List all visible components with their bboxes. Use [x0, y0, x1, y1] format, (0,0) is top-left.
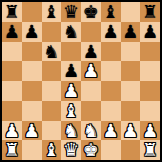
square-g2[interactable]: ♟ [121, 121, 141, 141]
square-h8[interactable]: ♜ [140, 2, 160, 22]
square-d3[interactable]: ♝ [61, 101, 81, 121]
square-a7[interactable]: ♟ [2, 22, 22, 42]
black-bishop[interactable]: ♝ [43, 2, 59, 21]
square-e1[interactable]: ♚ [81, 140, 101, 160]
square-e8[interactable]: ♚ [81, 2, 101, 22]
black-pawn[interactable]: ♟ [83, 42, 99, 61]
black-queen[interactable]: ♛ [63, 2, 79, 21]
square-e7[interactable] [81, 22, 101, 42]
square-d4[interactable]: ♟ [61, 81, 81, 101]
square-e3[interactable] [81, 101, 101, 121]
square-c5[interactable] [42, 61, 62, 81]
white-rook[interactable]: ♜ [142, 140, 158, 159]
black-pawn[interactable]: ♟ [63, 61, 79, 80]
chess-board: ♜♝♛♚♝♜♟♟♞♟♟♟♞♟♟♟♟♝♟♟♞♞♟♟♟♜♝♛♚♜ [2, 2, 160, 160]
white-pawn[interactable]: ♟ [63, 81, 79, 100]
square-g8[interactable] [121, 2, 141, 22]
square-g5[interactable] [121, 61, 141, 81]
square-b3[interactable] [22, 101, 42, 121]
square-d5[interactable]: ♟ [61, 61, 81, 81]
square-c8[interactable]: ♝ [42, 2, 62, 22]
black-pawn[interactable]: ♟ [122, 22, 138, 41]
black-knight[interactable]: ♞ [63, 22, 79, 41]
square-b8[interactable] [22, 2, 42, 22]
white-bishop[interactable]: ♝ [43, 140, 59, 159]
square-f7[interactable]: ♟ [101, 22, 121, 42]
square-a3[interactable] [2, 101, 22, 121]
white-knight[interactable]: ♞ [83, 121, 99, 140]
square-g4[interactable] [121, 81, 141, 101]
square-c4[interactable] [42, 81, 62, 101]
square-f3[interactable] [101, 101, 121, 121]
square-c1[interactable]: ♝ [42, 140, 62, 160]
square-b6[interactable] [22, 42, 42, 62]
square-a1[interactable]: ♜ [2, 140, 22, 160]
square-f8[interactable]: ♝ [101, 2, 121, 22]
square-h2[interactable]: ♟ [140, 121, 160, 141]
white-knight[interactable]: ♞ [63, 121, 79, 140]
square-b2[interactable]: ♟ [22, 121, 42, 141]
black-pawn[interactable]: ♟ [142, 22, 158, 41]
square-d8[interactable]: ♛ [61, 2, 81, 22]
white-pawn[interactable]: ♟ [24, 121, 40, 140]
white-rook[interactable]: ♜ [4, 140, 20, 159]
black-knight[interactable]: ♞ [43, 42, 59, 61]
square-d2[interactable]: ♞ [61, 121, 81, 141]
chess-board-frame: ♜♝♛♚♝♜♟♟♞♟♟♟♞♟♟♟♟♝♟♟♞♞♟♟♟♜♝♛♚♜ [0, 0, 162, 162]
black-pawn[interactable]: ♟ [24, 22, 40, 41]
square-e6[interactable]: ♟ [81, 42, 101, 62]
square-c3[interactable] [42, 101, 62, 121]
black-pawn[interactable]: ♟ [103, 22, 119, 41]
square-f5[interactable] [101, 61, 121, 81]
white-bishop[interactable]: ♝ [63, 101, 79, 120]
white-pawn[interactable]: ♟ [4, 121, 20, 140]
black-bishop[interactable]: ♝ [103, 2, 119, 21]
square-e5[interactable]: ♟ [81, 61, 101, 81]
square-b1[interactable] [22, 140, 42, 160]
square-f2[interactable]: ♟ [101, 121, 121, 141]
white-king[interactable]: ♚ [83, 140, 99, 159]
square-a6[interactable] [2, 42, 22, 62]
square-h1[interactable]: ♜ [140, 140, 160, 160]
square-g7[interactable]: ♟ [121, 22, 141, 42]
square-c6[interactable]: ♞ [42, 42, 62, 62]
square-h4[interactable] [140, 81, 160, 101]
square-g3[interactable] [121, 101, 141, 121]
square-g1[interactable] [121, 140, 141, 160]
white-queen[interactable]: ♛ [63, 140, 79, 159]
square-a5[interactable] [2, 61, 22, 81]
square-b5[interactable] [22, 61, 42, 81]
black-rook[interactable]: ♜ [4, 2, 20, 21]
square-h5[interactable] [140, 61, 160, 81]
square-e4[interactable] [81, 81, 101, 101]
square-c7[interactable] [42, 22, 62, 42]
white-pawn[interactable]: ♟ [142, 121, 158, 140]
square-f4[interactable] [101, 81, 121, 101]
black-pawn[interactable]: ♟ [4, 22, 20, 41]
square-f1[interactable] [101, 140, 121, 160]
square-a4[interactable] [2, 81, 22, 101]
white-pawn[interactable]: ♟ [122, 121, 138, 140]
square-a8[interactable]: ♜ [2, 2, 22, 22]
square-a2[interactable]: ♟ [2, 121, 22, 141]
square-h6[interactable] [140, 42, 160, 62]
white-pawn[interactable]: ♟ [83, 61, 99, 80]
square-b4[interactable] [22, 81, 42, 101]
black-rook[interactable]: ♜ [142, 2, 158, 21]
square-g6[interactable] [121, 42, 141, 62]
square-h3[interactable] [140, 101, 160, 121]
square-h7[interactable]: ♟ [140, 22, 160, 42]
square-e2[interactable]: ♞ [81, 121, 101, 141]
black-king[interactable]: ♚ [83, 2, 99, 21]
white-pawn[interactable]: ♟ [103, 121, 119, 140]
square-b7[interactable]: ♟ [22, 22, 42, 42]
square-d7[interactable]: ♞ [61, 22, 81, 42]
square-d1[interactable]: ♛ [61, 140, 81, 160]
square-c2[interactable] [42, 121, 62, 141]
square-f6[interactable] [101, 42, 121, 62]
square-d6[interactable] [61, 42, 81, 62]
